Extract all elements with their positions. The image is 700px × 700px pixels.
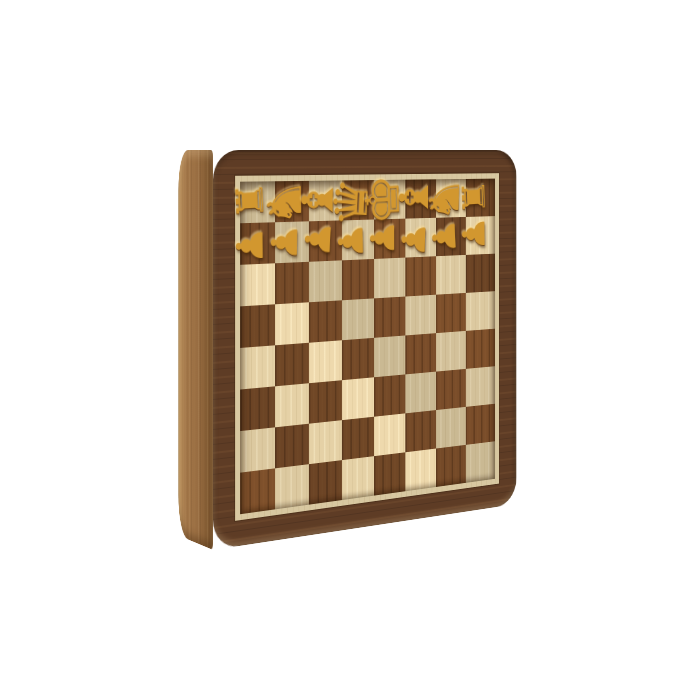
square-b6[interactable]: [275, 262, 309, 305]
square-g1[interactable]: [436, 445, 466, 487]
square-g6[interactable]: [436, 255, 466, 295]
square-e4[interactable]: [374, 335, 405, 377]
box-side-panel: [178, 150, 213, 550]
square-d4[interactable]: [342, 338, 374, 380]
square-b2[interactable]: [275, 424, 309, 469]
square-d1[interactable]: [342, 456, 374, 500]
product-photo-canvas: ♜♞♝♛♚♝♞♜♟♟♟♟♟♟♟♟: [0, 0, 700, 700]
square-h2[interactable]: [466, 404, 495, 445]
square-c2[interactable]: [309, 420, 342, 464]
square-e5[interactable]: [374, 297, 405, 338]
square-a3[interactable]: [240, 386, 275, 431]
chess-box: ♜♞♝♛♚♝♞♜♟♟♟♟♟♟♟♟: [213, 150, 517, 550]
square-g2[interactable]: [436, 407, 466, 449]
square-c1[interactable]: [309, 460, 342, 505]
square-a6[interactable]: [240, 263, 275, 306]
chess-board-grid: ♜♞♝♛♚♝♞♜♟♟♟♟♟♟♟♟: [240, 179, 495, 515]
square-h5[interactable]: [466, 291, 495, 331]
chess-box-scene: ♜♞♝♛♚♝♞♜♟♟♟♟♟♟♟♟: [213, 150, 613, 550]
square-a2[interactable]: [240, 427, 275, 472]
square-a5[interactable]: [240, 304, 275, 348]
square-c6[interactable]: [309, 260, 342, 302]
square-c5[interactable]: [309, 300, 342, 342]
square-d5[interactable]: [342, 298, 374, 340]
square-g5[interactable]: [436, 293, 466, 333]
piece-pawn-h7[interactable]: ♟: [458, 215, 489, 252]
square-b5[interactable]: [275, 302, 309, 345]
square-h3[interactable]: [466, 366, 495, 407]
square-a1[interactable]: [240, 468, 275, 514]
square-h4[interactable]: [466, 329, 495, 369]
board-maple-border: ♜♞♝♛♚♝♞♜♟♟♟♟♟♟♟♟: [235, 173, 499, 521]
square-b4[interactable]: [275, 343, 309, 387]
square-e6[interactable]: [374, 258, 405, 299]
square-b1[interactable]: [275, 464, 309, 509]
square-f3[interactable]: [405, 372, 436, 414]
square-f5[interactable]: [405, 295, 436, 336]
square-f1[interactable]: [405, 449, 436, 492]
square-d3[interactable]: [342, 377, 374, 420]
square-f2[interactable]: [405, 410, 436, 452]
square-f4[interactable]: [405, 333, 436, 374]
square-a4[interactable]: [240, 345, 275, 389]
piece-rook-h8[interactable]: ♜: [458, 178, 490, 216]
square-b3[interactable]: [275, 383, 309, 427]
square-e2[interactable]: [374, 413, 405, 456]
square-h6[interactable]: [466, 254, 495, 293]
square-d2[interactable]: [342, 417, 374, 460]
square-c3[interactable]: [309, 380, 342, 423]
square-f6[interactable]: [405, 256, 436, 296]
board-front-frame: ♜♞♝♛♚♝♞♜♟♟♟♟♟♟♟♟: [213, 150, 517, 550]
square-e3[interactable]: [374, 374, 405, 416]
square-g4[interactable]: [436, 331, 466, 372]
square-h1[interactable]: [466, 441, 495, 483]
square-e1[interactable]: [374, 452, 405, 495]
square-g3[interactable]: [436, 369, 466, 410]
square-c4[interactable]: [309, 340, 342, 383]
square-d6[interactable]: [342, 259, 374, 300]
